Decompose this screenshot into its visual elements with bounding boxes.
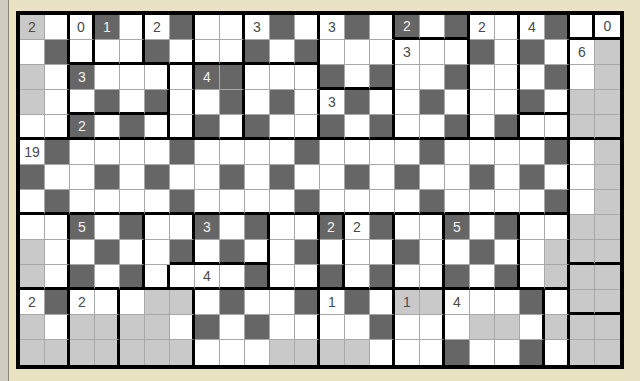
cell-r4c8[interactable] (220, 115, 245, 140)
cell-r12c4[interactable] (120, 315, 145, 340)
cell-r8c8[interactable] (220, 215, 245, 240)
cell-r7c11[interactable] (295, 190, 320, 215)
cell-r11c17[interactable]: 4 (445, 290, 470, 315)
cell-r0c17[interactable] (445, 15, 470, 40)
cell-r6c7[interactable] (195, 165, 220, 190)
cell-r5c18[interactable] (470, 140, 495, 165)
cell-r7c8[interactable] (220, 190, 245, 215)
cell-r0c5[interactable]: 2 (145, 15, 170, 40)
cell-r2c9[interactable] (245, 65, 270, 90)
cell-r9c3[interactable] (95, 240, 120, 265)
cell-r3c12[interactable]: 3 (320, 90, 345, 115)
cell-r10c11[interactable] (295, 265, 320, 290)
cell-r1c16[interactable] (420, 40, 445, 65)
cell-r3c17[interactable] (445, 90, 470, 115)
cell-r9c9[interactable] (245, 240, 270, 265)
cell-r6c21[interactable] (545, 165, 570, 190)
cell-r1c4[interactable] (120, 40, 145, 65)
cell-r11c5[interactable] (145, 290, 170, 315)
cell-r10c17[interactable] (445, 265, 470, 290)
cell-r13c8[interactable] (220, 340, 245, 365)
cell-r7c3[interactable] (95, 190, 120, 215)
cell-r13c7[interactable] (195, 340, 220, 365)
cell-r3c2[interactable] (70, 90, 95, 115)
cell-r10c19[interactable] (495, 265, 520, 290)
cell-r10c14[interactable] (370, 265, 395, 290)
cell-r9c0[interactable] (20, 240, 45, 265)
cell-r13c14[interactable] (370, 340, 395, 365)
cell-r1c7[interactable] (195, 40, 220, 65)
cell-r9c22[interactable] (570, 240, 595, 265)
cell-r3c3[interactable] (95, 90, 120, 115)
cell-r1c11[interactable] (295, 40, 320, 65)
cell-r10c1[interactable] (45, 265, 70, 290)
cell-r6c6[interactable] (170, 165, 195, 190)
cell-r11c14[interactable] (370, 290, 395, 315)
cell-r9c2[interactable] (70, 240, 95, 265)
cell-r2c17[interactable] (445, 65, 470, 90)
cell-r5c15[interactable] (395, 140, 420, 165)
cell-r10c5[interactable] (145, 265, 170, 290)
cell-r3c0[interactable] (20, 90, 45, 115)
cell-r12c22[interactable] (570, 315, 595, 340)
cell-r0c22[interactable] (570, 15, 595, 40)
cell-r1c13[interactable] (345, 40, 370, 65)
cell-r10c8[interactable] (220, 265, 245, 290)
cell-r8c16[interactable] (420, 215, 445, 240)
cell-r2c19[interactable] (495, 65, 520, 90)
cell-r12c20[interactable] (520, 315, 545, 340)
cell-r4c3[interactable] (95, 115, 120, 140)
cell-r3c5[interactable] (145, 90, 170, 115)
cell-r5c7[interactable] (195, 140, 220, 165)
cell-r2c5[interactable] (145, 65, 170, 90)
cell-r3c14[interactable] (370, 90, 395, 115)
cell-r6c19[interactable] (495, 165, 520, 190)
cell-r0c3[interactable]: 1 (95, 15, 120, 40)
cell-r4c4[interactable] (120, 115, 145, 140)
cell-r3c10[interactable] (270, 90, 295, 115)
cell-r5c8[interactable] (220, 140, 245, 165)
cell-r8c18[interactable] (470, 215, 495, 240)
cell-r3c8[interactable] (220, 90, 245, 115)
cell-r8c4[interactable] (120, 215, 145, 240)
cell-r5c19[interactable] (495, 140, 520, 165)
cell-r2c6[interactable] (170, 65, 195, 90)
cell-r2c2[interactable]: 3 (70, 65, 95, 90)
cell-r6c17[interactable] (445, 165, 470, 190)
cell-r6c1[interactable] (45, 165, 70, 190)
cell-r10c9[interactable] (245, 265, 270, 290)
cell-r3c22[interactable] (570, 90, 595, 115)
cell-r4c1[interactable] (45, 115, 70, 140)
cell-r7c15[interactable] (395, 190, 420, 215)
cell-r11c10[interactable] (270, 290, 295, 315)
cell-r0c2[interactable]: 0 (70, 15, 95, 40)
cell-r7c23[interactable] (595, 190, 620, 215)
cell-r6c15[interactable] (395, 165, 420, 190)
cell-r10c12[interactable] (320, 265, 345, 290)
cell-r4c18[interactable] (470, 115, 495, 140)
cell-r3c9[interactable] (245, 90, 270, 115)
cell-r8c2[interactable]: 5 (70, 215, 95, 240)
cell-r7c22[interactable] (570, 190, 595, 215)
cell-r9c17[interactable] (445, 240, 470, 265)
cell-r5c9[interactable] (245, 140, 270, 165)
cell-r3c13[interactable] (345, 90, 370, 115)
cell-r3c15[interactable] (395, 90, 420, 115)
cell-r13c2[interactable] (70, 340, 95, 365)
cell-r7c12[interactable] (320, 190, 345, 215)
cell-r1c5[interactable] (145, 40, 170, 65)
cell-r7c6[interactable] (170, 190, 195, 215)
cell-r12c19[interactable] (495, 315, 520, 340)
cell-r11c12[interactable]: 1 (320, 290, 345, 315)
cell-r5c10[interactable] (270, 140, 295, 165)
cell-r7c14[interactable] (370, 190, 395, 215)
cell-r6c4[interactable] (120, 165, 145, 190)
cell-r0c14[interactable] (370, 15, 395, 40)
cell-r11c2[interactable]: 2 (70, 290, 95, 315)
cell-r4c21[interactable] (545, 115, 570, 140)
cell-r9c7[interactable] (195, 240, 220, 265)
cell-r4c17[interactable] (445, 115, 470, 140)
cell-r8c19[interactable] (495, 215, 520, 240)
cell-r2c7[interactable]: 4 (195, 65, 220, 90)
cell-r11c6[interactable] (170, 290, 195, 315)
cell-r2c0[interactable] (20, 65, 45, 90)
cell-r6c8[interactable] (220, 165, 245, 190)
cell-r3c23[interactable] (595, 90, 620, 115)
cell-r11c9[interactable] (245, 290, 270, 315)
cell-r9c12[interactable] (320, 240, 345, 265)
cell-r6c12[interactable] (320, 165, 345, 190)
cell-r5c6[interactable] (170, 140, 195, 165)
cell-r4c13[interactable] (345, 115, 370, 140)
cell-r13c23[interactable] (595, 340, 620, 365)
cell-r2c13[interactable] (345, 65, 370, 90)
cell-r13c5[interactable] (145, 340, 170, 365)
cell-r11c0[interactable]: 2 (20, 290, 45, 315)
cell-r3c4[interactable] (120, 90, 145, 115)
cell-r6c14[interactable] (370, 165, 395, 190)
cell-r6c20[interactable] (520, 165, 545, 190)
cell-r12c21[interactable] (545, 315, 570, 340)
cell-r0c16[interactable] (420, 15, 445, 40)
cell-r7c5[interactable] (145, 190, 170, 215)
cell-r5c16[interactable] (420, 140, 445, 165)
cell-r1c18[interactable] (470, 40, 495, 65)
cell-r9c16[interactable] (420, 240, 445, 265)
cell-r11c1[interactable] (45, 290, 70, 315)
cell-r11c18[interactable] (470, 290, 495, 315)
cell-r6c11[interactable] (295, 165, 320, 190)
cell-r7c1[interactable] (45, 190, 70, 215)
cell-r11c21[interactable] (545, 290, 570, 315)
cell-r13c11[interactable] (295, 340, 320, 365)
cell-r0c4[interactable] (120, 15, 145, 40)
cell-r3c20[interactable] (520, 90, 545, 115)
cell-r4c23[interactable] (595, 115, 620, 140)
cell-r1c3[interactable] (95, 40, 120, 65)
cell-r2c20[interactable] (520, 65, 545, 90)
cell-r8c20[interactable] (520, 215, 545, 240)
cell-r2c16[interactable] (420, 65, 445, 90)
cell-r11c11[interactable] (295, 290, 320, 315)
cell-r5c21[interactable] (545, 140, 570, 165)
cell-r0c9[interactable]: 3 (245, 15, 270, 40)
cell-r10c15[interactable] (395, 265, 420, 290)
cell-r12c0[interactable] (20, 315, 45, 340)
cell-r2c11[interactable] (295, 65, 320, 90)
cell-r10c10[interactable] (270, 265, 295, 290)
cell-r12c13[interactable] (345, 315, 370, 340)
cell-r1c10[interactable] (270, 40, 295, 65)
cell-r0c10[interactable] (270, 15, 295, 40)
cell-r9c1[interactable] (45, 240, 70, 265)
cell-r4c19[interactable] (495, 115, 520, 140)
cell-r0c11[interactable] (295, 15, 320, 40)
cell-r13c3[interactable] (95, 340, 120, 365)
cell-r11c23[interactable] (595, 290, 620, 315)
cell-r4c0[interactable] (20, 115, 45, 140)
cell-r9c5[interactable] (145, 240, 170, 265)
cell-r9c13[interactable] (345, 240, 370, 265)
cell-r9c18[interactable] (470, 240, 495, 265)
cell-r0c1[interactable] (45, 15, 70, 40)
cell-r4c9[interactable] (245, 115, 270, 140)
cell-r7c21[interactable] (545, 190, 570, 215)
cell-r12c12[interactable] (320, 315, 345, 340)
cell-r7c10[interactable] (270, 190, 295, 215)
cell-r5c1[interactable] (45, 140, 70, 165)
cell-r12c11[interactable] (295, 315, 320, 340)
cell-r12c16[interactable] (420, 315, 445, 340)
cell-r8c5[interactable] (145, 215, 170, 240)
cell-r7c18[interactable] (470, 190, 495, 215)
cell-r3c7[interactable] (195, 90, 220, 115)
cell-r13c21[interactable] (545, 340, 570, 365)
cell-r8c22[interactable] (570, 215, 595, 240)
cell-r6c10[interactable] (270, 165, 295, 190)
cell-r8c17[interactable]: 5 (445, 215, 470, 240)
cell-r4c10[interactable] (270, 115, 295, 140)
cell-r0c15[interactable]: 2 (395, 15, 420, 40)
cell-r11c16[interactable] (420, 290, 445, 315)
cell-r13c10[interactable] (270, 340, 295, 365)
cell-r3c11[interactable] (295, 90, 320, 115)
cell-r5c11[interactable] (295, 140, 320, 165)
cell-r4c7[interactable] (195, 115, 220, 140)
cell-r8c11[interactable] (295, 215, 320, 240)
cell-r6c22[interactable] (570, 165, 595, 190)
cell-r6c13[interactable] (345, 165, 370, 190)
cell-r8c9[interactable] (245, 215, 270, 240)
cell-r13c15[interactable] (395, 340, 420, 365)
cell-r13c18[interactable] (470, 340, 495, 365)
cell-r9c14[interactable] (370, 240, 395, 265)
cell-r0c0[interactable]: 2 (20, 15, 45, 40)
cell-r8c10[interactable] (270, 215, 295, 240)
cell-r0c21[interactable] (545, 15, 570, 40)
cell-r3c6[interactable] (170, 90, 195, 115)
cell-r4c20[interactable] (520, 115, 545, 140)
cell-r13c1[interactable] (45, 340, 70, 365)
cell-r8c23[interactable] (595, 215, 620, 240)
cell-r1c0[interactable] (20, 40, 45, 65)
cell-r13c16[interactable] (420, 340, 445, 365)
cell-r8c6[interactable] (170, 215, 195, 240)
cell-r13c19[interactable] (495, 340, 520, 365)
cell-r6c9[interactable] (245, 165, 270, 190)
cell-r2c21[interactable] (545, 65, 570, 90)
cell-r10c6[interactable] (170, 265, 195, 290)
cell-r7c19[interactable] (495, 190, 520, 215)
cell-r7c9[interactable] (245, 190, 270, 215)
cell-r5c0[interactable]: 19 (20, 140, 45, 165)
cell-r2c14[interactable] (370, 65, 395, 90)
cell-r0c12[interactable]: 3 (320, 15, 345, 40)
cell-r10c20[interactable] (520, 265, 545, 290)
cell-r9c23[interactable] (595, 240, 620, 265)
cell-r11c8[interactable] (220, 290, 245, 315)
cell-r9c20[interactable] (520, 240, 545, 265)
cell-r11c20[interactable] (520, 290, 545, 315)
cell-r6c18[interactable] (470, 165, 495, 190)
cell-r1c23[interactable] (595, 40, 620, 65)
cell-r1c15[interactable]: 3 (395, 40, 420, 65)
cell-r9c21[interactable] (545, 240, 570, 265)
cell-r6c16[interactable] (420, 165, 445, 190)
cell-r13c0[interactable] (20, 340, 45, 365)
cell-r4c14[interactable] (370, 115, 395, 140)
cell-r2c15[interactable] (395, 65, 420, 90)
cell-r4c12[interactable] (320, 115, 345, 140)
cell-r3c1[interactable] (45, 90, 70, 115)
cell-r10c22[interactable] (570, 265, 595, 290)
cell-r1c17[interactable] (445, 40, 470, 65)
cell-r5c5[interactable] (145, 140, 170, 165)
cell-r10c18[interactable] (470, 265, 495, 290)
cell-r4c15[interactable] (395, 115, 420, 140)
cell-r8c7[interactable]: 3 (195, 215, 220, 240)
cell-r5c17[interactable] (445, 140, 470, 165)
cell-r12c3[interactable] (95, 315, 120, 340)
cell-r6c2[interactable] (70, 165, 95, 190)
cell-r1c14[interactable] (370, 40, 395, 65)
cell-r2c8[interactable] (220, 65, 245, 90)
cell-r10c23[interactable] (595, 265, 620, 290)
cell-r0c18[interactable]: 2 (470, 15, 495, 40)
cell-r11c3[interactable] (95, 290, 120, 315)
cell-r9c19[interactable] (495, 240, 520, 265)
cell-r13c4[interactable] (120, 340, 145, 365)
cell-r10c16[interactable] (420, 265, 445, 290)
cell-r5c2[interactable] (70, 140, 95, 165)
cell-r2c18[interactable] (470, 65, 495, 90)
cell-r7c0[interactable] (20, 190, 45, 215)
cell-r5c23[interactable] (595, 140, 620, 165)
cell-r6c23[interactable] (595, 165, 620, 190)
cell-r6c0[interactable] (20, 165, 45, 190)
cell-r4c5[interactable] (145, 115, 170, 140)
cell-r3c21[interactable] (545, 90, 570, 115)
cell-r5c3[interactable] (95, 140, 120, 165)
cell-r4c22[interactable] (570, 115, 595, 140)
cell-r4c11[interactable] (295, 115, 320, 140)
cell-r10c13[interactable] (345, 265, 370, 290)
cell-r12c17[interactable] (445, 315, 470, 340)
cell-r12c18[interactable] (470, 315, 495, 340)
cell-r0c6[interactable] (170, 15, 195, 40)
cell-r7c7[interactable] (195, 190, 220, 215)
cell-r10c21[interactable] (545, 265, 570, 290)
cell-r6c5[interactable] (145, 165, 170, 190)
cell-r8c13[interactable]: 2 (345, 215, 370, 240)
cell-r8c0[interactable] (20, 215, 45, 240)
cell-r12c7[interactable] (195, 315, 220, 340)
cell-r5c22[interactable] (570, 140, 595, 165)
cell-r8c14[interactable] (370, 215, 395, 240)
cell-r5c20[interactable] (520, 140, 545, 165)
cell-r0c23[interactable]: 0 (595, 15, 620, 40)
cell-r12c23[interactable] (595, 315, 620, 340)
cell-r8c15[interactable] (395, 215, 420, 240)
cell-r11c19[interactable] (495, 290, 520, 315)
cell-r0c8[interactable] (220, 15, 245, 40)
cell-r2c22[interactable] (570, 65, 595, 90)
cell-r11c7[interactable] (195, 290, 220, 315)
cell-r8c3[interactable] (95, 215, 120, 240)
cell-r5c13[interactable] (345, 140, 370, 165)
cell-r12c15[interactable] (395, 315, 420, 340)
cell-r9c10[interactable] (270, 240, 295, 265)
cell-r2c10[interactable] (270, 65, 295, 90)
cell-r1c20[interactable] (520, 40, 545, 65)
cell-r1c8[interactable] (220, 40, 245, 65)
cell-r1c12[interactable] (320, 40, 345, 65)
cell-r9c8[interactable] (220, 240, 245, 265)
cell-r9c6[interactable] (170, 240, 195, 265)
cell-r1c21[interactable] (545, 40, 570, 65)
cell-r3c18[interactable] (470, 90, 495, 115)
cell-r1c22[interactable]: 6 (570, 40, 595, 65)
cell-r1c2[interactable] (70, 40, 95, 65)
cell-r7c13[interactable] (345, 190, 370, 215)
cell-r0c13[interactable] (345, 15, 370, 40)
cell-r0c19[interactable] (495, 15, 520, 40)
cell-r12c1[interactable] (45, 315, 70, 340)
cell-r12c10[interactable] (270, 315, 295, 340)
cell-r11c22[interactable] (570, 290, 595, 315)
cell-r8c12[interactable]: 2 (320, 215, 345, 240)
cell-r5c12[interactable] (320, 140, 345, 165)
cell-r7c17[interactable] (445, 190, 470, 215)
cell-r3c16[interactable] (420, 90, 445, 115)
cell-r13c6[interactable] (170, 340, 195, 365)
cell-r9c4[interactable] (120, 240, 145, 265)
cell-r13c9[interactable] (245, 340, 270, 365)
cell-r4c6[interactable] (170, 115, 195, 140)
cell-r13c22[interactable] (570, 340, 595, 365)
cell-r0c7[interactable] (195, 15, 220, 40)
cell-r12c5[interactable] (145, 315, 170, 340)
cell-r10c2[interactable] (70, 265, 95, 290)
cell-r10c7[interactable]: 4 (195, 265, 220, 290)
cell-r6c3[interactable] (95, 165, 120, 190)
cell-r4c2[interactable]: 2 (70, 115, 95, 140)
cell-r8c1[interactable] (45, 215, 70, 240)
